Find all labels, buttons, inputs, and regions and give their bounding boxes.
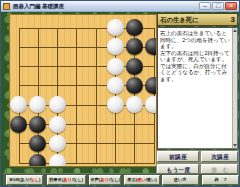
- white-stone: [145, 96, 157, 113]
- lesson-text-box: 右上の黒石は生きていると同時に、2つの地を持っています。 左下の黒石は同じ2目持…: [157, 27, 238, 149]
- black-stone: [29, 135, 46, 152]
- bgm-toggle-button-label: BGM(あり/なし): [9, 177, 40, 183]
- white-stone: [107, 77, 124, 94]
- black-stone: [126, 38, 143, 55]
- next-lecture-button[interactable]: 次講座: [201, 151, 238, 162]
- white-stone: [29, 96, 46, 113]
- white-stone: [126, 96, 143, 113]
- go-board[interactable]: [9, 14, 157, 167]
- maximize-button[interactable]: □: [212, 2, 224, 10]
- white-stone: [10, 96, 27, 113]
- minimize-button[interactable]: –: [199, 2, 211, 10]
- black-stone: [10, 116, 27, 133]
- lesson-nav-buttons: 前講座次講座もう一度進 む: [157, 151, 238, 175]
- window-content: 石の生き死に 3 右上の黒石は生きていると同時に、2つの地を持っています。 左下…: [1, 12, 239, 186]
- lesson-number: 3: [231, 15, 235, 24]
- lesson-title: 石の生き死に: [160, 15, 199, 24]
- white-stone: [107, 19, 124, 36]
- exit-button-label: 終 了: [214, 177, 227, 183]
- sound-effect-toggle-button[interactable]: 効果音(あり/なし): [47, 175, 86, 185]
- app-icon: [3, 3, 10, 10]
- black-stone: [145, 38, 157, 55]
- bottom-toolbar: BGM(あり/なし)効果音(あり/なし)音声(あり/なし)表示(遅い/速い)使い…: [3, 173, 237, 185]
- black-stone: [145, 77, 157, 94]
- white-stone: [49, 135, 66, 152]
- next-lecture-button-label: 次講座: [211, 152, 228, 160]
- prev-lecture-button[interactable]: 前講座: [157, 151, 199, 162]
- white-stone: [49, 154, 66, 167]
- close-button[interactable]: ×: [225, 2, 237, 10]
- display-speed-toggle-button-label: 表示(遅い/速い): [127, 177, 156, 183]
- scrollbar[interactable]: [232, 28, 237, 148]
- voice-toggle-button[interactable]: 音声(あり/なし): [89, 175, 121, 185]
- exit-button[interactable]: 終 了: [202, 175, 239, 185]
- window-title: 囲碁入門編 基礎講座: [13, 3, 64, 9]
- window-controls: –□×: [199, 2, 237, 10]
- how-to-use-button-label: 使い方: [174, 177, 187, 183]
- black-stone: [29, 154, 46, 167]
- how-to-use-button[interactable]: 使い方: [162, 175, 199, 185]
- voice-toggle-button-label: 音声(あり/なし): [90, 177, 120, 183]
- black-stone: [126, 58, 143, 75]
- scroll-up-arrow-icon[interactable]: [233, 29, 237, 32]
- white-stone: [107, 38, 124, 55]
- sound-effect-toggle-button-label: 効果音(あり/なし): [50, 177, 84, 183]
- app-window: 囲碁入門編 基礎講座 –□× 石の生き死に 3 右上の黒石は生きていると同時に、…: [0, 0, 240, 187]
- bgm-toggle-button[interactable]: BGM(あり/なし): [6, 175, 43, 185]
- lesson-panel: 石の生き死に 3 右上の黒石は生きていると同時に、2つの地を持っています。 左下…: [157, 13, 238, 175]
- lesson-header: 石の生き死に 3: [157, 13, 238, 26]
- white-stone: [49, 96, 66, 113]
- scroll-down-arrow-icon[interactable]: [233, 144, 237, 147]
- lesson-text: 右上の黒石は生きていると同時に、2つの地を持っています。 左下の黒石は同じ2目持…: [160, 30, 231, 82]
- white-stone: [107, 96, 124, 113]
- white-stone: [49, 116, 66, 133]
- black-stone: [29, 116, 46, 133]
- display-speed-toggle-button[interactable]: 表示(遅い/速い): [124, 175, 160, 185]
- black-stone: [126, 19, 143, 36]
- white-stone: [107, 58, 124, 75]
- black-stone: [126, 77, 143, 94]
- titlebar: 囲碁入門編 基礎講座 –□×: [1, 1, 239, 12]
- prev-lecture-button-label: 前講座: [170, 152, 187, 160]
